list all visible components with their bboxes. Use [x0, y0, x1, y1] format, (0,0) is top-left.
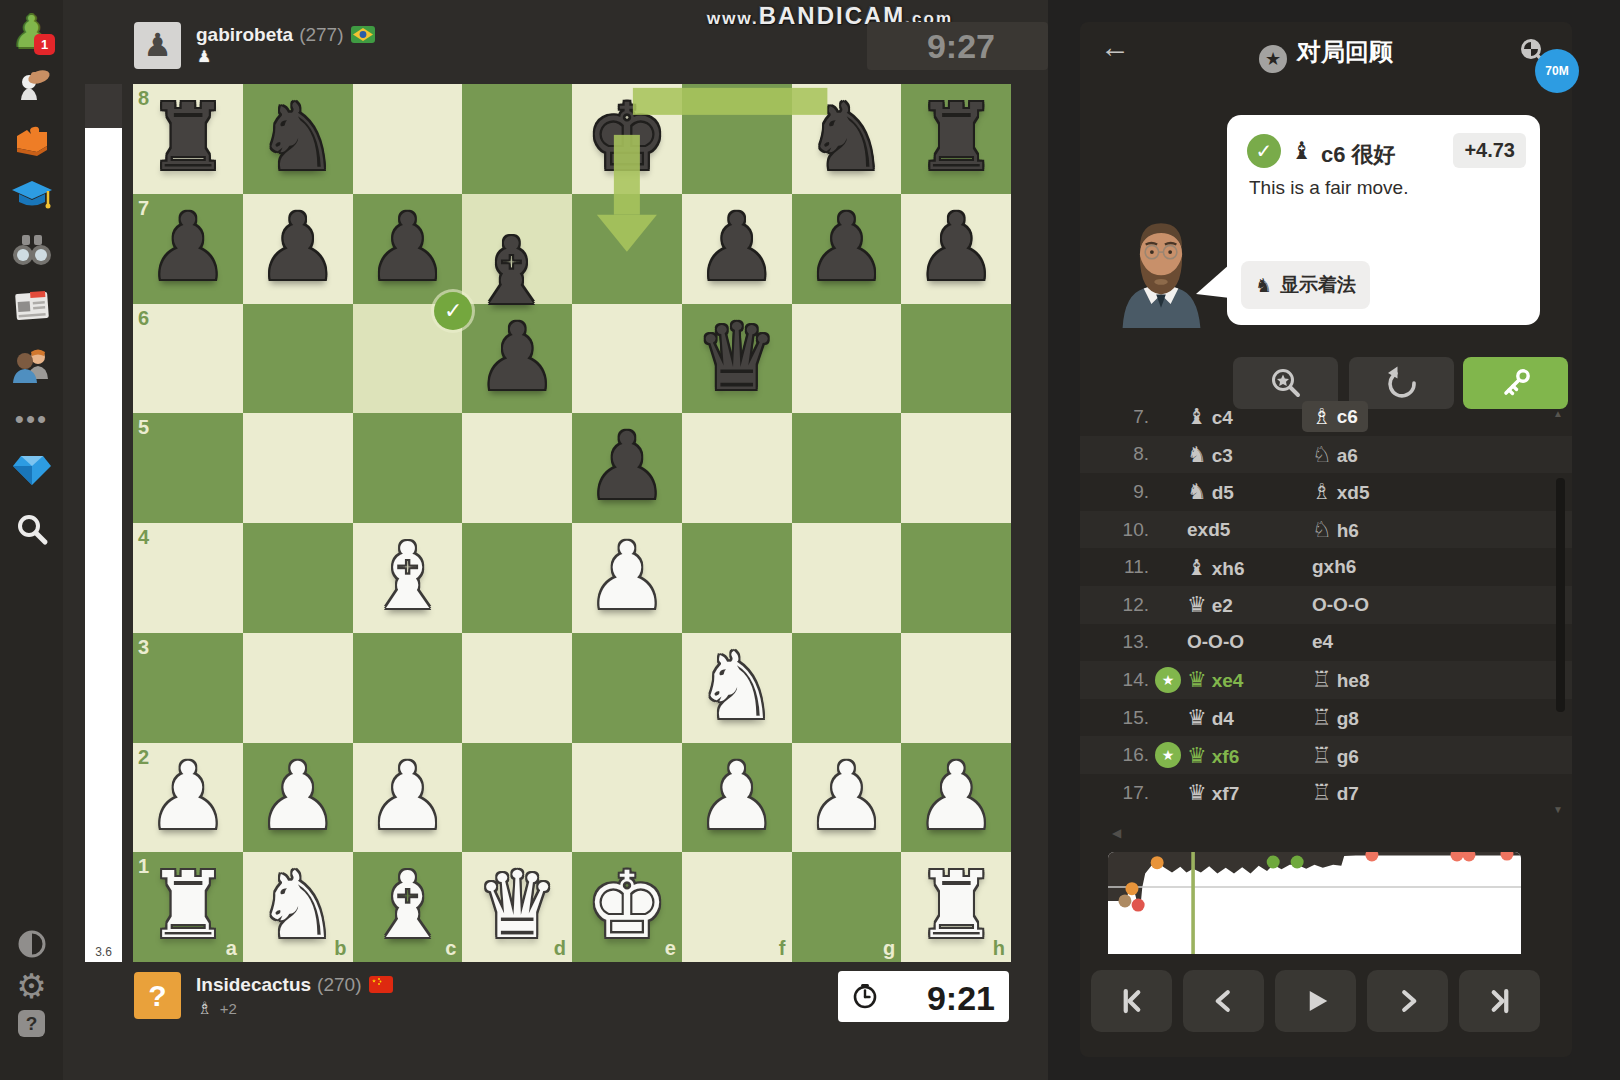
social-friends-icon[interactable] [0, 345, 63, 387]
clock-icon [852, 983, 878, 1009]
play-pawn-logo-icon[interactable]: ♟ 1 [0, 6, 63, 57]
move-number: 12. [1105, 594, 1149, 616]
piece-white-queen-d1[interactable]: ♛ [462, 852, 572, 962]
move-12-black[interactable]: O-O-O [1312, 594, 1572, 616]
top-player-rating: (277) [299, 24, 343, 45]
queen-icon: ♛ [1187, 780, 1207, 805]
top-player-captured-pieces: ♟ [197, 47, 211, 66]
piece-white-rook-a1[interactable]: ♜ [133, 852, 243, 962]
move-classification-dot [1132, 899, 1145, 912]
square-a6[interactable]: 6 [133, 304, 243, 414]
square-e3[interactable] [572, 633, 682, 743]
move-7-black[interactable]: ♗c6 [1312, 401, 1572, 432]
square-d3[interactable] [462, 633, 572, 743]
premium-diamond-icon[interactable] [0, 452, 63, 492]
move-17-black[interactable]: ♖d7 [1312, 780, 1572, 805]
square-b6[interactable] [243, 304, 353, 414]
settings-gear-icon[interactable]: ⚙ [0, 966, 63, 1006]
puzzles-icon[interactable] [0, 122, 63, 164]
move-row-8: 8.♞c3♘a6 [1080, 436, 1572, 474]
piece-black-pawn-d6[interactable]: ♟ [462, 304, 572, 414]
good-move-badge: ✓ [434, 292, 472, 330]
queen-icon: ♛ [1187, 705, 1207, 730]
bishop-icon: ♝ [1187, 404, 1207, 429]
piece-white-pawn-b2[interactable]: ♟ [243, 743, 353, 853]
scroll-up-icon[interactable]: ▲ [1553, 408, 1563, 419]
move-classification-dot [1450, 852, 1463, 861]
move-row-12: 12.♛e2O-O-O [1080, 586, 1572, 624]
rook-icon: ♖ [1312, 743, 1332, 768]
evaluation-bar-black-part [85, 84, 122, 128]
top-player-name[interactable]: gabirobeta [196, 24, 293, 45]
knight-icon: ♞ [1187, 479, 1207, 504]
rank-label-6: 6 [138, 307, 149, 330]
top-player-clock: 9:27 [867, 22, 1048, 70]
move-number: 9. [1105, 481, 1149, 503]
piece-black-queen-f6[interactable]: ♛ [682, 304, 792, 414]
panel-header: ← ★对局回顾 [1080, 22, 1572, 80]
piece-black-pawn-g7[interactable]: ♟ [792, 194, 902, 304]
bottom-player-name-row: Insidecactus(270) [196, 974, 393, 996]
piece-white-pawn-a2[interactable]: ♟ [133, 743, 243, 853]
piece-black-knight-b8[interactable]: ♞ [243, 84, 353, 194]
piece-black-rook-h8[interactable]: ♜ [901, 84, 1011, 194]
piece-black-pawn-e5[interactable]: ♟ [572, 413, 682, 523]
piece-white-knight-b1[interactable]: ♞ [243, 852, 353, 962]
review-star-icon: ★ [1259, 45, 1287, 73]
move-11-black[interactable]: gxh6 [1312, 556, 1572, 578]
move-number: 8. [1105, 443, 1149, 465]
rank-label-5: 5 [138, 416, 149, 439]
rank-label-3: 3 [138, 636, 149, 659]
vs-computer-hand-icon[interactable] [0, 66, 63, 110]
square-h6[interactable] [901, 304, 1011, 414]
chess-app-window: ♟ 1 [0, 0, 1620, 1080]
square-g5[interactable] [792, 413, 902, 523]
move-14-white[interactable]: ♛xe4 [1187, 667, 1312, 692]
square-f4[interactable] [682, 523, 792, 633]
square-c8[interactable] [353, 84, 463, 194]
bottom-player-captured-pieces: ♗ +2 [197, 998, 237, 1018]
chess-board[interactable]: 87654321abcdefgh♜♞♚♞♜♟♟♟♟♟♟♝♟♛♟♝♟♞♟♟♟♟♟♟… [133, 84, 1011, 962]
scroll-down-icon[interactable]: ▼ [1553, 804, 1563, 815]
piece-white-pawn-g2[interactable]: ♟ [792, 743, 902, 853]
more-dots-icon[interactable]: ••• [0, 404, 63, 435]
square-f8[interactable] [682, 84, 792, 194]
move-list-scrollbar[interactable] [1556, 478, 1565, 712]
best-move-star-icon: ★ [1149, 667, 1187, 693]
move-classification-dot [1125, 882, 1138, 895]
members-70m-badge: 70M [1535, 49, 1579, 93]
move-number: 16. [1105, 744, 1149, 766]
move-number: 13. [1105, 631, 1149, 653]
square-e7[interactable] [572, 194, 682, 304]
piece-white-pawn-f2[interactable]: ♟ [682, 743, 792, 853]
brazil-flag-icon [351, 26, 375, 43]
square-d5[interactable] [462, 413, 572, 523]
square-b4[interactable] [243, 523, 353, 633]
good-move-check-icon: ✓ [1247, 134, 1281, 168]
app-sidebar: ♟ 1 [0, 0, 63, 1080]
knight-flag-icon: ♞ [1255, 274, 1272, 296]
china-flag-icon [369, 976, 393, 993]
queen-icon: ♛ [1187, 592, 1207, 617]
move-row-7: 7.♝c4♗c6 [1080, 398, 1572, 436]
piece-black-pawn-b7[interactable]: ♟ [243, 194, 353, 304]
coach-avatar [1113, 206, 1210, 332]
last-move-button[interactable] [1459, 970, 1540, 1032]
square-a4[interactable]: 4 [133, 523, 243, 633]
watch-binoculars-icon[interactable] [0, 233, 63, 271]
square-b3[interactable] [243, 633, 353, 743]
evaluation-chip: +4.73 [1453, 133, 1526, 168]
square-h5[interactable] [901, 413, 1011, 523]
square-d4[interactable] [462, 523, 572, 633]
move-14-black[interactable]: ♖he8 [1312, 667, 1572, 692]
rook-icon: ♖ [1312, 705, 1332, 730]
bottom-player-clock: 9:21 [838, 971, 1009, 1022]
move-17-white[interactable]: ♛xf7 [1187, 780, 1312, 805]
bishop-icon: ♗ [1312, 404, 1332, 429]
square-d2[interactable] [462, 743, 572, 853]
move-12-white[interactable]: ♛e2 [1187, 592, 1312, 617]
square-g1[interactable]: g [792, 852, 902, 962]
knight-icon: ♞ [1187, 442, 1207, 467]
rank-label-4: 4 [138, 526, 149, 549]
move-number: 15. [1105, 707, 1149, 729]
square-g3[interactable] [792, 633, 902, 743]
next-move-button[interactable] [1367, 970, 1448, 1032]
square-a3[interactable]: 3 [133, 633, 243, 743]
move-row-10: 10.exd5♘h6 [1080, 511, 1572, 549]
square-h4[interactable] [901, 523, 1011, 633]
square-c3[interactable] [353, 633, 463, 743]
move-classification-dot [1267, 855, 1280, 868]
piece-white-rook-h1[interactable]: ♜ [901, 852, 1011, 962]
first-move-button[interactable] [1091, 970, 1172, 1032]
move-row-16: 16.★♛xf6♖g6 [1080, 736, 1572, 774]
move-number: 7. [1105, 406, 1149, 428]
piece-black-king-e8[interactable]: ♚ [572, 84, 682, 194]
square-d8[interactable] [462, 84, 572, 194]
rook-icon: ♖ [1312, 780, 1332, 805]
piece-white-pawn-e4[interactable]: ♟ [572, 523, 682, 633]
piece-black-pawn-f7[interactable]: ♟ [682, 194, 792, 304]
evaluation-value: 3.6 [85, 945, 122, 959]
move-row-13: 13.O-O-Oe4 [1080, 624, 1572, 662]
move-8-white[interactable]: ♞c3 [1187, 442, 1312, 467]
bottom-player-avatar[interactable]: ? [134, 972, 181, 1019]
square-e6[interactable] [572, 304, 682, 414]
search-icon[interactable] [0, 510, 63, 552]
lessons-cap-icon[interactable] [0, 176, 63, 218]
news-icon[interactable] [0, 288, 63, 328]
best-move-star-icon: ★ [1149, 742, 1187, 768]
piece-black-pawn-c7[interactable]: ♟ [353, 194, 463, 304]
piece-black-pawn-a7[interactable]: ♟ [133, 194, 243, 304]
move-row-15: 15.♛d4♖g8 [1080, 699, 1572, 737]
move-row-9: 9.♞d5♗xd5 [1080, 473, 1572, 511]
material-advantage: +2 [220, 1000, 237, 1017]
file-label-g: g [883, 937, 895, 960]
bishop-icon: ♝ [1187, 555, 1207, 580]
move-quality-title: c6 很好 [1321, 140, 1396, 170]
piece-white-bishop-c1[interactable]: ♝ [353, 852, 463, 962]
square-g6[interactable] [792, 304, 902, 414]
move-classification-dot [1365, 852, 1378, 861]
move-15-black[interactable]: ♖g8 [1312, 705, 1572, 730]
evaluation-bar: 3.6 [85, 84, 122, 962]
bishop-icon: ♗ [1312, 479, 1332, 504]
evaluation-graph[interactable] [1108, 852, 1521, 954]
square-c5[interactable] [353, 413, 463, 523]
queen-icon: ♛ [1187, 667, 1207, 692]
move-8-black[interactable]: ♘a6 [1312, 442, 1572, 467]
panel-title: ★对局回顾 [1080, 36, 1572, 73]
previous-move-button[interactable] [1183, 970, 1264, 1032]
move-11-white[interactable]: ♝xh6 [1187, 555, 1312, 580]
move-13-black[interactable]: e4 [1312, 631, 1572, 653]
move-10-white[interactable]: exd5 [1187, 519, 1312, 541]
graph-collapse-icon[interactable]: ◀ [1112, 826, 1121, 840]
square-e2[interactable] [572, 743, 682, 853]
move-number: 11. [1105, 556, 1149, 578]
move-classification-dot [1291, 855, 1304, 868]
piece-black-rook-a8[interactable]: ♜ [133, 84, 243, 194]
move-row-14: 14.★♛xe4♖he8 [1080, 661, 1572, 699]
piece-white-king-e1[interactable]: ♚ [572, 852, 682, 962]
piece-white-bishop-c4[interactable]: ♝ [353, 523, 463, 633]
square-f1[interactable]: f [682, 852, 792, 962]
piece-black-pawn-h7[interactable]: ♟ [901, 194, 1011, 304]
move-9-white[interactable]: ♞d5 [1187, 479, 1312, 504]
show-moves-button[interactable]: ♞ 显示着法 [1241, 261, 1370, 309]
notification-badge: 1 [34, 34, 55, 55]
piece-black-knight-g8[interactable]: ♞ [792, 84, 902, 194]
move-number: 14. [1105, 669, 1149, 691]
move-row-17: 17.♛xf7♖d7 [1080, 774, 1572, 812]
piece-white-pawn-c2[interactable]: ♟ [353, 743, 463, 853]
move-row-11: 11.♝xh6gxh6 [1080, 548, 1572, 586]
move-list: 7.♝c4♗c68.♞c3♘a69.♞d5♗xd510.exd5♘h611.♝x… [1080, 398, 1572, 812]
square-a5[interactable]: 5 [133, 413, 243, 523]
move-16-black[interactable]: ♖g6 [1312, 743, 1572, 768]
move-16-white[interactable]: ♛xf6 [1187, 743, 1312, 768]
bottom-player-rating: (270) [317, 974, 361, 995]
piece-white-knight-f3[interactable]: ♞ [682, 633, 792, 743]
coach-speech-bubble: ✓ ♝ c6 很好 +4.73 This is a fair move. ♞ 显… [1227, 115, 1540, 325]
square-g4[interactable] [792, 523, 902, 633]
move-15-white[interactable]: ♛d4 [1187, 705, 1312, 730]
knight-icon: ♘ [1312, 517, 1332, 542]
bottom-player-name[interactable]: Insidecactus [196, 974, 311, 995]
top-player-avatar[interactable]: ♟ [134, 22, 181, 69]
move-9-black[interactable]: ♗xd5 [1312, 479, 1572, 504]
move-classification-dot [1500, 852, 1513, 861]
play-button[interactable] [1275, 970, 1356, 1032]
move-number: 10. [1105, 519, 1149, 541]
move-10-black[interactable]: ♘h6 [1312, 517, 1572, 542]
piece-white-pawn-h2[interactable]: ♟ [901, 743, 1011, 853]
top-player-name-row: gabirobeta(277) [196, 24, 375, 46]
square-f5[interactable] [682, 413, 792, 523]
move-13-white[interactable]: O-O-O [1187, 631, 1312, 653]
move-classification-dot [1118, 894, 1131, 907]
move-classification-dot [1462, 852, 1475, 861]
bishop-icon: ♝ [1291, 137, 1313, 165]
coach-comment: This is a fair move. [1249, 177, 1408, 199]
square-h3[interactable] [901, 633, 1011, 743]
move-classification-dot [1151, 856, 1164, 869]
move-7-white[interactable]: ♝c4 [1187, 404, 1312, 429]
help-icon[interactable]: ? [0, 1010, 63, 1037]
square-b5[interactable] [243, 413, 353, 523]
move-number: 17. [1105, 782, 1149, 804]
knight-icon: ♘ [1312, 442, 1332, 467]
queen-icon: ♛ [1187, 743, 1207, 768]
file-label-f: f [779, 937, 786, 960]
theme-contrast-icon[interactable] [0, 928, 63, 964]
rook-icon: ♖ [1312, 667, 1332, 692]
